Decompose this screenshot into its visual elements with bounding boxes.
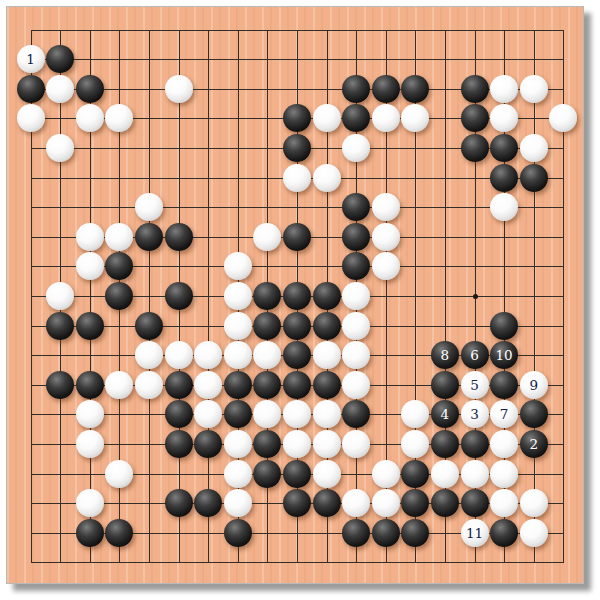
- stone-black[interactable]: [342, 519, 370, 547]
- stone-white[interactable]: [105, 371, 133, 399]
- stone-white[interactable]: [224, 341, 252, 369]
- stone-black[interactable]: [461, 430, 489, 458]
- stone-white[interactable]: [194, 371, 222, 399]
- grid-line-h: [31, 562, 565, 563]
- stone-black[interactable]: [283, 312, 311, 340]
- stone-white[interactable]: [520, 134, 548, 162]
- stone-black[interactable]: [76, 312, 104, 340]
- stone-black[interactable]: [253, 282, 281, 310]
- stone-black[interactable]: [342, 252, 370, 280]
- move-10-stone[interactable]: 10: [490, 341, 518, 369]
- stone-white[interactable]: [313, 430, 341, 458]
- stone-black[interactable]: [224, 519, 252, 547]
- stone-black[interactable]: [194, 489, 222, 517]
- stone-white[interactable]: [490, 460, 518, 488]
- stone-black[interactable]: [46, 312, 74, 340]
- stone-black[interactable]: [253, 460, 281, 488]
- stone-white[interactable]: [372, 223, 400, 251]
- stone-white[interactable]: [313, 164, 341, 192]
- stone-black[interactable]: [490, 134, 518, 162]
- stone-black[interactable]: [490, 164, 518, 192]
- stone-black[interactable]: [520, 400, 548, 428]
- stone-white[interactable]: [549, 104, 577, 132]
- stone-white[interactable]: [372, 104, 400, 132]
- stone-white[interactable]: [520, 519, 548, 547]
- stone-white[interactable]: [135, 341, 163, 369]
- star-point: [473, 294, 478, 299]
- move-3-stone[interactable]: 3: [461, 400, 489, 428]
- stone-white[interactable]: [253, 223, 281, 251]
- move-4-stone[interactable]: 4: [431, 400, 459, 428]
- stone-white[interactable]: [372, 252, 400, 280]
- stone-white[interactable]: [224, 460, 252, 488]
- move-number-label: 10: [490, 341, 518, 369]
- move-6-stone[interactable]: 6: [461, 341, 489, 369]
- stone-black[interactable]: [490, 519, 518, 547]
- stone-black[interactable]: [342, 104, 370, 132]
- stone-black[interactable]: [313, 312, 341, 340]
- stone-black[interactable]: [165, 400, 193, 428]
- stone-white[interactable]: [135, 193, 163, 221]
- stone-black[interactable]: [105, 282, 133, 310]
- stone-black[interactable]: [401, 489, 429, 517]
- stone-black[interactable]: [342, 400, 370, 428]
- stone-white[interactable]: [283, 164, 311, 192]
- move-number-label: 9: [520, 371, 548, 399]
- stone-white[interactable]: [105, 104, 133, 132]
- stone-white[interactable]: [342, 489, 370, 517]
- stone-black[interactable]: [283, 223, 311, 251]
- stone-black[interactable]: [283, 460, 311, 488]
- stone-black[interactable]: [461, 489, 489, 517]
- move-9-stone[interactable]: 9: [520, 371, 548, 399]
- move-number-label: 2: [520, 430, 548, 458]
- stone-black[interactable]: [372, 75, 400, 103]
- stone-black[interactable]: [165, 430, 193, 458]
- stone-white[interactable]: [313, 104, 341, 132]
- move-2-stone[interactable]: 2: [520, 430, 548, 458]
- stone-white[interactable]: [461, 460, 489, 488]
- stone-white[interactable]: [194, 341, 222, 369]
- move-5-stone[interactable]: 5: [461, 371, 489, 399]
- stone-black[interactable]: [17, 75, 45, 103]
- move-8-stone[interactable]: 8: [431, 341, 459, 369]
- stone-black[interactable]: [283, 341, 311, 369]
- move-number-label: 8: [431, 341, 459, 369]
- stone-black[interactable]: [253, 312, 281, 340]
- stone-white[interactable]: [46, 134, 74, 162]
- stone-black[interactable]: [490, 312, 518, 340]
- stone-white[interactable]: [520, 75, 548, 103]
- stone-black[interactable]: [461, 134, 489, 162]
- move-number-label: 3: [461, 400, 489, 428]
- stone-white[interactable]: [135, 371, 163, 399]
- stone-black[interactable]: [194, 430, 222, 458]
- grid-line-v: [534, 30, 535, 564]
- stone-black[interactable]: [165, 371, 193, 399]
- stone-white[interactable]: [342, 134, 370, 162]
- stone-black[interactable]: [76, 75, 104, 103]
- stone-white[interactable]: [401, 430, 429, 458]
- stone-white[interactable]: [313, 341, 341, 369]
- stone-black[interactable]: [372, 519, 400, 547]
- stone-white[interactable]: [76, 430, 104, 458]
- stone-white[interactable]: [76, 104, 104, 132]
- move-number-label: 4: [431, 400, 459, 428]
- stone-white[interactable]: [17, 104, 45, 132]
- stone-white[interactable]: [224, 430, 252, 458]
- stone-black[interactable]: [313, 371, 341, 399]
- stone-black[interactable]: [135, 312, 163, 340]
- stone-white[interactable]: [372, 489, 400, 517]
- stone-white[interactable]: [76, 252, 104, 280]
- stone-black[interactable]: [224, 371, 252, 399]
- stone-white[interactable]: [342, 312, 370, 340]
- stone-white[interactable]: [283, 400, 311, 428]
- stone-white[interactable]: [520, 489, 548, 517]
- stone-white[interactable]: [76, 489, 104, 517]
- stone-black[interactable]: [165, 282, 193, 310]
- stone-black[interactable]: [313, 282, 341, 310]
- stone-white[interactable]: [490, 104, 518, 132]
- stone-black[interactable]: [461, 104, 489, 132]
- stone-white[interactable]: [76, 400, 104, 428]
- stone-black[interactable]: [461, 75, 489, 103]
- stone-black[interactable]: [135, 223, 163, 251]
- move-7-stone[interactable]: 7: [490, 400, 518, 428]
- stone-white[interactable]: [313, 400, 341, 428]
- stone-black[interactable]: [401, 519, 429, 547]
- stone-black[interactable]: [76, 519, 104, 547]
- stone-black[interactable]: [431, 489, 459, 517]
- stone-white[interactable]: [342, 371, 370, 399]
- move-1-stone[interactable]: 1: [17, 45, 45, 73]
- stone-white[interactable]: [46, 75, 74, 103]
- stone-white[interactable]: [224, 489, 252, 517]
- move-number-label: 1: [17, 45, 45, 73]
- stone-white[interactable]: [224, 282, 252, 310]
- move-11-stone[interactable]: 11: [461, 519, 489, 547]
- stone-black[interactable]: [46, 45, 74, 73]
- stone-white[interactable]: [224, 252, 252, 280]
- stone-white[interactable]: [165, 341, 193, 369]
- stone-white[interactable]: [76, 223, 104, 251]
- stone-black[interactable]: [105, 252, 133, 280]
- stone-white[interactable]: [342, 282, 370, 310]
- move-number-label: 11: [461, 519, 489, 547]
- stone-black[interactable]: [253, 371, 281, 399]
- stone-black[interactable]: [165, 489, 193, 517]
- stone-white[interactable]: [342, 341, 370, 369]
- stone-white[interactable]: [105, 223, 133, 251]
- stone-white[interactable]: [105, 460, 133, 488]
- stone-black[interactable]: [490, 371, 518, 399]
- stone-black[interactable]: [46, 371, 74, 399]
- stone-black[interactable]: [283, 134, 311, 162]
- stone-black[interactable]: [342, 193, 370, 221]
- stone-white[interactable]: [490, 193, 518, 221]
- stone-white[interactable]: [401, 104, 429, 132]
- stone-black[interactable]: [283, 489, 311, 517]
- stone-black[interactable]: [520, 164, 548, 192]
- stone-black[interactable]: [431, 371, 459, 399]
- stone-black[interactable]: [431, 430, 459, 458]
- move-number-label: 6: [461, 341, 489, 369]
- stone-black[interactable]: [76, 371, 104, 399]
- stone-black[interactable]: [283, 282, 311, 310]
- stone-white[interactable]: [165, 75, 193, 103]
- stone-white[interactable]: [313, 460, 341, 488]
- stone-white[interactable]: [253, 341, 281, 369]
- go-board[interactable]: 1861059437211: [6, 6, 584, 584]
- move-number-label: 5: [461, 371, 489, 399]
- stone-black[interactable]: [283, 104, 311, 132]
- stone-black[interactable]: [342, 223, 370, 251]
- stone-white[interactable]: [490, 75, 518, 103]
- stone-black[interactable]: [401, 75, 429, 103]
- stone-white[interactable]: [283, 430, 311, 458]
- stone-white[interactable]: [490, 430, 518, 458]
- stone-white[interactable]: [372, 460, 400, 488]
- stone-white[interactable]: [401, 400, 429, 428]
- stone-black[interactable]: [401, 460, 429, 488]
- stone-black[interactable]: [165, 223, 193, 251]
- stone-white[interactable]: [224, 312, 252, 340]
- stone-white[interactable]: [194, 400, 222, 428]
- stone-white[interactable]: [431, 460, 459, 488]
- stone-black[interactable]: [105, 519, 133, 547]
- stone-white[interactable]: [253, 400, 281, 428]
- move-number-label: 7: [490, 400, 518, 428]
- page: 1861059437211: [0, 0, 600, 600]
- stone-black[interactable]: [224, 400, 252, 428]
- stone-white[interactable]: [46, 282, 74, 310]
- stone-white[interactable]: [372, 193, 400, 221]
- stone-black[interactable]: [313, 489, 341, 517]
- stone-white[interactable]: [342, 430, 370, 458]
- stone-black[interactable]: [253, 430, 281, 458]
- stone-black[interactable]: [342, 75, 370, 103]
- stone-white[interactable]: [490, 489, 518, 517]
- stone-black[interactable]: [283, 371, 311, 399]
